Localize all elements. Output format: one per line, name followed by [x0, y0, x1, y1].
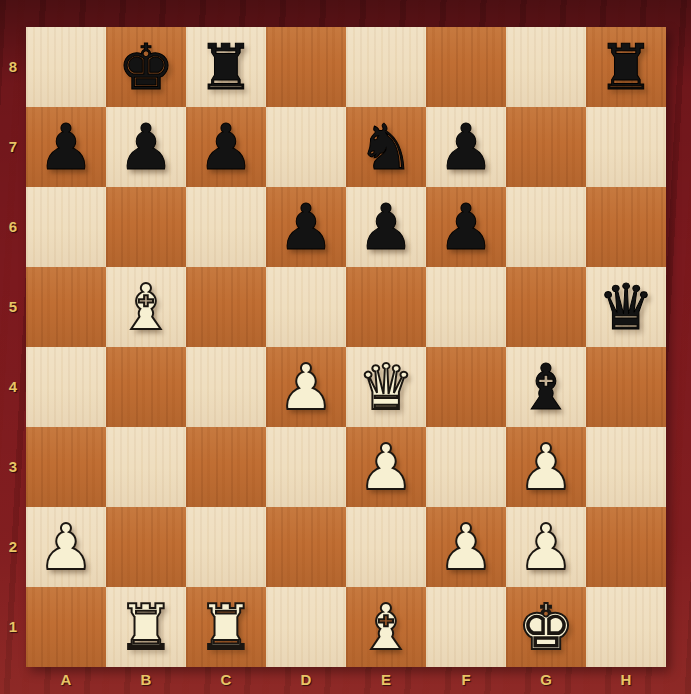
piece-white-bishop-b5[interactable]: ♝	[106, 267, 186, 347]
square-a2[interactable]: ♟	[26, 507, 106, 587]
rank-label-3: 3	[0, 458, 26, 476]
square-d8[interactable]	[266, 27, 346, 107]
file-label-e: E	[346, 670, 426, 690]
square-g5[interactable]	[506, 267, 586, 347]
square-g2[interactable]: ♟	[506, 507, 586, 587]
square-h8[interactable]: ♜	[586, 27, 666, 107]
square-e1[interactable]: ♝	[346, 587, 426, 667]
square-b1[interactable]: ♜	[106, 587, 186, 667]
square-h6[interactable]	[586, 187, 666, 267]
square-f1[interactable]	[426, 587, 506, 667]
square-f3[interactable]	[426, 427, 506, 507]
file-label-d: D	[266, 670, 346, 690]
chess-board: ♚♜♜♟♟♟♞♟♟♟♟♝♛♟♛♝♟♟♟♟♟♜♜♝♚	[26, 27, 666, 667]
square-f7[interactable]: ♟	[426, 107, 506, 187]
file-label-b: B	[106, 670, 186, 690]
square-e3[interactable]: ♟	[346, 427, 426, 507]
square-g4[interactable]: ♝	[506, 347, 586, 427]
piece-white-pawn-a2[interactable]: ♟	[26, 507, 106, 587]
square-d6[interactable]: ♟	[266, 187, 346, 267]
file-label-c: C	[186, 670, 266, 690]
square-b6[interactable]	[106, 187, 186, 267]
square-b8[interactable]: ♚	[106, 27, 186, 107]
square-h7[interactable]	[586, 107, 666, 187]
square-c7[interactable]: ♟	[186, 107, 266, 187]
piece-black-rook-c8[interactable]: ♜	[186, 27, 266, 107]
rank-label-4: 4	[0, 378, 26, 396]
square-a8[interactable]	[26, 27, 106, 107]
piece-black-queen-h5[interactable]: ♛	[586, 267, 666, 347]
square-a4[interactable]	[26, 347, 106, 427]
square-g3[interactable]: ♟	[506, 427, 586, 507]
square-b3[interactable]	[106, 427, 186, 507]
square-c8[interactable]: ♜	[186, 27, 266, 107]
piece-white-pawn-f2[interactable]: ♟	[426, 507, 506, 587]
square-f5[interactable]	[426, 267, 506, 347]
square-a3[interactable]	[26, 427, 106, 507]
square-h5[interactable]: ♛	[586, 267, 666, 347]
square-b7[interactable]: ♟	[106, 107, 186, 187]
square-e8[interactable]	[346, 27, 426, 107]
file-label-f: F	[426, 670, 506, 690]
rank-label-7: 7	[0, 138, 26, 156]
square-e6[interactable]: ♟	[346, 187, 426, 267]
piece-white-pawn-d4[interactable]: ♟	[266, 347, 346, 427]
piece-black-knight-e7[interactable]: ♞	[346, 107, 426, 187]
piece-white-pawn-g2[interactable]: ♟	[506, 507, 586, 587]
square-d2[interactable]	[266, 507, 346, 587]
file-label-g: G	[506, 670, 586, 690]
piece-white-rook-b1[interactable]: ♜	[106, 587, 186, 667]
square-c1[interactable]: ♜	[186, 587, 266, 667]
square-f4[interactable]	[426, 347, 506, 427]
square-h1[interactable]	[586, 587, 666, 667]
square-c5[interactable]	[186, 267, 266, 347]
square-c4[interactable]	[186, 347, 266, 427]
square-b2[interactable]	[106, 507, 186, 587]
piece-black-rook-h8[interactable]: ♜	[586, 27, 666, 107]
square-h3[interactable]	[586, 427, 666, 507]
square-a5[interactable]	[26, 267, 106, 347]
piece-black-pawn-c7[interactable]: ♟	[186, 107, 266, 187]
board-frame: ♚♜♜♟♟♟♞♟♟♟♟♝♛♟♛♝♟♟♟♟♟♜♜♝♚ 87654321ABCDEF…	[0, 0, 691, 694]
square-f6[interactable]: ♟	[426, 187, 506, 267]
piece-white-rook-c1[interactable]: ♜	[186, 587, 266, 667]
rank-label-6: 6	[0, 218, 26, 236]
piece-black-king-b8[interactable]: ♚	[106, 27, 186, 107]
square-h4[interactable]	[586, 347, 666, 427]
square-d4[interactable]: ♟	[266, 347, 346, 427]
square-g1[interactable]: ♚	[506, 587, 586, 667]
square-a7[interactable]: ♟	[26, 107, 106, 187]
square-e7[interactable]: ♞	[346, 107, 426, 187]
square-f8[interactable]	[426, 27, 506, 107]
piece-black-pawn-a7[interactable]: ♟	[26, 107, 106, 187]
file-label-a: A	[26, 670, 106, 690]
piece-black-pawn-d6[interactable]: ♟	[266, 187, 346, 267]
square-d3[interactable]	[266, 427, 346, 507]
square-d7[interactable]	[266, 107, 346, 187]
piece-black-pawn-b7[interactable]: ♟	[106, 107, 186, 187]
rank-label-2: 2	[0, 538, 26, 556]
rank-label-8: 8	[0, 58, 26, 76]
square-g6[interactable]	[506, 187, 586, 267]
square-h2[interactable]	[586, 507, 666, 587]
square-g8[interactable]	[506, 27, 586, 107]
piece-black-pawn-f6[interactable]: ♟	[426, 187, 506, 267]
square-d5[interactable]	[266, 267, 346, 347]
square-a1[interactable]	[26, 587, 106, 667]
square-c6[interactable]	[186, 187, 266, 267]
piece-white-bishop-e1[interactable]: ♝	[346, 587, 426, 667]
square-e2[interactable]	[346, 507, 426, 587]
piece-black-pawn-e6[interactable]: ♟	[346, 187, 426, 267]
rank-label-5: 5	[0, 298, 26, 316]
piece-black-pawn-f7[interactable]: ♟	[426, 107, 506, 187]
square-d1[interactable]	[266, 587, 346, 667]
square-b5[interactable]: ♝	[106, 267, 186, 347]
piece-white-pawn-g3[interactable]: ♟	[506, 427, 586, 507]
square-b4[interactable]	[106, 347, 186, 427]
square-e4[interactable]: ♛	[346, 347, 426, 427]
piece-white-pawn-e3[interactable]: ♟	[346, 427, 426, 507]
file-label-h: H	[586, 670, 666, 690]
square-g7[interactable]	[506, 107, 586, 187]
square-a6[interactable]	[26, 187, 106, 267]
square-c3[interactable]	[186, 427, 266, 507]
piece-white-king-g1[interactable]: ♚	[506, 587, 586, 667]
rank-label-1: 1	[0, 618, 26, 636]
square-e5[interactable]	[346, 267, 426, 347]
piece-black-bishop-g4[interactable]: ♝	[506, 347, 586, 427]
piece-white-queen-e4[interactable]: ♛	[346, 347, 426, 427]
square-f2[interactable]: ♟	[426, 507, 506, 587]
square-c2[interactable]	[186, 507, 266, 587]
